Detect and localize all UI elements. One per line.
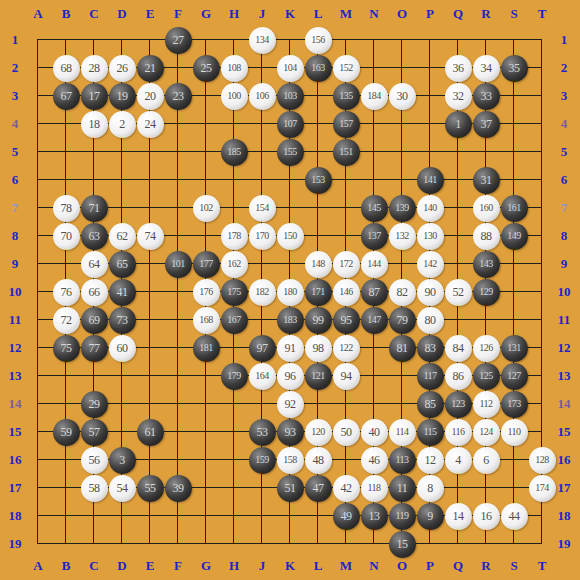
point-T3[interactable] — [528, 82, 556, 110]
black-stone-D3[interactable]: 19 — [109, 83, 136, 110]
point-M9[interactable]: 172 — [332, 250, 360, 278]
point-P7[interactable]: 140 — [416, 194, 444, 222]
black-stone-M3[interactable]: 135 — [333, 83, 360, 110]
point-P2[interactable] — [416, 54, 444, 82]
white-stone-C17[interactable]: 58 — [81, 475, 108, 502]
point-F8[interactable] — [164, 222, 192, 250]
point-F2[interactable] — [164, 54, 192, 82]
point-R5[interactable] — [472, 138, 500, 166]
white-stone-E8[interactable]: 74 — [137, 223, 164, 250]
black-stone-F9[interactable]: 101 — [165, 251, 192, 278]
point-F18[interactable] — [164, 502, 192, 530]
white-stone-Q16[interactable]: 4 — [445, 447, 472, 474]
point-S1[interactable] — [500, 26, 528, 54]
point-O11[interactable]: 79 — [388, 306, 416, 334]
black-stone-H13[interactable]: 179 — [221, 363, 248, 390]
point-L12[interactable]: 98 — [304, 334, 332, 362]
point-E4[interactable]: 24 — [136, 110, 164, 138]
point-N8[interactable]: 137 — [360, 222, 388, 250]
black-stone-L11[interactable]: 99 — [305, 307, 332, 334]
black-stone-S14[interactable]: 173 — [501, 391, 528, 418]
point-O12[interactable]: 81 — [388, 334, 416, 362]
black-stone-R9[interactable]: 143 — [473, 251, 500, 278]
point-G18[interactable] — [192, 502, 220, 530]
point-F4[interactable] — [164, 110, 192, 138]
point-N14[interactable] — [360, 390, 388, 418]
point-H17[interactable] — [220, 474, 248, 502]
point-D8[interactable]: 62 — [108, 222, 136, 250]
point-P9[interactable]: 142 — [416, 250, 444, 278]
point-N3[interactable]: 184 — [360, 82, 388, 110]
point-E9[interactable] — [136, 250, 164, 278]
point-R16[interactable]: 6 — [472, 446, 500, 474]
white-stone-S18[interactable]: 44 — [501, 503, 528, 530]
point-D14[interactable] — [108, 390, 136, 418]
point-C4[interactable]: 18 — [80, 110, 108, 138]
point-M5[interactable]: 151 — [332, 138, 360, 166]
point-T13[interactable] — [528, 362, 556, 390]
black-stone-C14[interactable]: 29 — [81, 391, 108, 418]
point-L1[interactable]: 156 — [304, 26, 332, 54]
point-J13[interactable]: 164 — [248, 362, 276, 390]
point-T5[interactable] — [528, 138, 556, 166]
white-stone-R14[interactable]: 112 — [473, 391, 500, 418]
black-stone-K11[interactable]: 183 — [277, 307, 304, 334]
black-stone-K5[interactable]: 155 — [277, 139, 304, 166]
white-stone-P17[interactable]: 8 — [417, 475, 444, 502]
point-Q15[interactable]: 116 — [444, 418, 472, 446]
black-stone-G9[interactable]: 177 — [193, 251, 220, 278]
point-Q5[interactable] — [444, 138, 472, 166]
point-S4[interactable] — [500, 110, 528, 138]
white-stone-Q2[interactable]: 36 — [445, 55, 472, 82]
point-R9[interactable]: 143 — [472, 250, 500, 278]
white-stone-L12[interactable]: 98 — [305, 335, 332, 362]
black-stone-C3[interactable]: 17 — [81, 83, 108, 110]
white-stone-B2[interactable]: 68 — [53, 55, 80, 82]
point-N5[interactable] — [360, 138, 388, 166]
white-stone-J8[interactable]: 170 — [249, 223, 276, 250]
point-Q14[interactable]: 123 — [444, 390, 472, 418]
point-R17[interactable] — [472, 474, 500, 502]
point-R13[interactable]: 125 — [472, 362, 500, 390]
white-stone-D8[interactable]: 62 — [109, 223, 136, 250]
point-R18[interactable]: 16 — [472, 502, 500, 530]
point-J9[interactable] — [248, 250, 276, 278]
point-F7[interactable] — [164, 194, 192, 222]
point-R19[interactable] — [472, 530, 500, 558]
point-C2[interactable]: 28 — [80, 54, 108, 82]
white-stone-L15[interactable]: 120 — [305, 419, 332, 446]
point-D1[interactable] — [108, 26, 136, 54]
point-O4[interactable] — [388, 110, 416, 138]
point-P13[interactable]: 117 — [416, 362, 444, 390]
white-stone-B7[interactable]: 78 — [53, 195, 80, 222]
black-stone-D16[interactable]: 3 — [109, 447, 136, 474]
white-stone-N3[interactable]: 184 — [361, 83, 388, 110]
point-Q17[interactable] — [444, 474, 472, 502]
white-stone-P9[interactable]: 142 — [417, 251, 444, 278]
point-E6[interactable] — [136, 166, 164, 194]
point-B18[interactable] — [52, 502, 80, 530]
point-M16[interactable] — [332, 446, 360, 474]
black-stone-H10[interactable]: 175 — [221, 279, 248, 306]
point-B3[interactable]: 67 — [52, 82, 80, 110]
point-P12[interactable]: 83 — [416, 334, 444, 362]
point-Q2[interactable]: 36 — [444, 54, 472, 82]
point-F13[interactable] — [164, 362, 192, 390]
point-T12[interactable] — [528, 334, 556, 362]
black-stone-F1[interactable]: 27 — [165, 27, 192, 54]
point-A5[interactable] — [24, 138, 52, 166]
point-A11[interactable] — [24, 306, 52, 334]
point-J7[interactable]: 154 — [248, 194, 276, 222]
black-stone-E17[interactable]: 55 — [137, 475, 164, 502]
point-D19[interactable] — [108, 530, 136, 558]
point-O8[interactable]: 132 — [388, 222, 416, 250]
white-stone-N15[interactable]: 40 — [361, 419, 388, 446]
white-stone-E3[interactable]: 20 — [137, 83, 164, 110]
point-T1[interactable] — [528, 26, 556, 54]
point-G12[interactable]: 181 — [192, 334, 220, 362]
white-stone-T17[interactable]: 174 — [529, 475, 556, 502]
black-stone-R6[interactable]: 31 — [473, 167, 500, 194]
point-E2[interactable]: 21 — [136, 54, 164, 82]
point-F6[interactable] — [164, 166, 192, 194]
point-N2[interactable] — [360, 54, 388, 82]
white-stone-M17[interactable]: 42 — [333, 475, 360, 502]
black-stone-K17[interactable]: 51 — [277, 475, 304, 502]
point-G4[interactable] — [192, 110, 220, 138]
black-stone-B12[interactable]: 75 — [53, 335, 80, 362]
point-K18[interactable] — [276, 502, 304, 530]
point-H6[interactable] — [220, 166, 248, 194]
point-E15[interactable]: 61 — [136, 418, 164, 446]
point-B7[interactable]: 78 — [52, 194, 80, 222]
point-A16[interactable] — [24, 446, 52, 474]
point-H10[interactable]: 175 — [220, 278, 248, 306]
point-P19[interactable] — [416, 530, 444, 558]
point-E10[interactable] — [136, 278, 164, 306]
point-A8[interactable] — [24, 222, 52, 250]
point-R6[interactable]: 31 — [472, 166, 500, 194]
point-F10[interactable] — [164, 278, 192, 306]
white-stone-M9[interactable]: 172 — [333, 251, 360, 278]
point-A4[interactable] — [24, 110, 52, 138]
point-N19[interactable] — [360, 530, 388, 558]
point-J8[interactable]: 170 — [248, 222, 276, 250]
black-stone-O18[interactable]: 119 — [389, 503, 416, 530]
black-stone-R10[interactable]: 129 — [473, 279, 500, 306]
point-Q19[interactable] — [444, 530, 472, 558]
black-stone-S12[interactable]: 131 — [501, 335, 528, 362]
point-G3[interactable] — [192, 82, 220, 110]
point-C14[interactable]: 29 — [80, 390, 108, 418]
point-M11[interactable]: 95 — [332, 306, 360, 334]
point-P17[interactable]: 8 — [416, 474, 444, 502]
black-stone-D10[interactable]: 41 — [109, 279, 136, 306]
black-stone-G12[interactable]: 181 — [193, 335, 220, 362]
point-G17[interactable] — [192, 474, 220, 502]
point-E8[interactable]: 74 — [136, 222, 164, 250]
point-Q13[interactable]: 86 — [444, 362, 472, 390]
point-O19[interactable]: 15 — [388, 530, 416, 558]
point-C7[interactable]: 71 — [80, 194, 108, 222]
black-stone-O17[interactable]: 11 — [389, 475, 416, 502]
point-S10[interactable] — [500, 278, 528, 306]
point-T4[interactable] — [528, 110, 556, 138]
point-B13[interactable] — [52, 362, 80, 390]
point-L6[interactable]: 153 — [304, 166, 332, 194]
point-K12[interactable]: 91 — [276, 334, 304, 362]
black-stone-N8[interactable]: 137 — [361, 223, 388, 250]
point-T2[interactable] — [528, 54, 556, 82]
point-R10[interactable]: 129 — [472, 278, 500, 306]
point-Q4[interactable]: 1 — [444, 110, 472, 138]
white-stone-H8[interactable]: 178 — [221, 223, 248, 250]
point-T10[interactable] — [528, 278, 556, 306]
black-stone-O11[interactable]: 79 — [389, 307, 416, 334]
point-F14[interactable] — [164, 390, 192, 418]
point-T11[interactable] — [528, 306, 556, 334]
point-G11[interactable]: 168 — [192, 306, 220, 334]
white-stone-C10[interactable]: 66 — [81, 279, 108, 306]
point-R1[interactable] — [472, 26, 500, 54]
point-J2[interactable] — [248, 54, 276, 82]
white-stone-R18[interactable]: 16 — [473, 503, 500, 530]
point-O18[interactable]: 119 — [388, 502, 416, 530]
point-N7[interactable]: 145 — [360, 194, 388, 222]
point-N12[interactable] — [360, 334, 388, 362]
point-B5[interactable] — [52, 138, 80, 166]
black-stone-O7[interactable]: 139 — [389, 195, 416, 222]
point-F19[interactable] — [164, 530, 192, 558]
point-H14[interactable] — [220, 390, 248, 418]
point-J17[interactable] — [248, 474, 276, 502]
black-stone-P13[interactable]: 117 — [417, 363, 444, 390]
point-M12[interactable]: 122 — [332, 334, 360, 362]
point-O15[interactable]: 114 — [388, 418, 416, 446]
white-stone-S15[interactable]: 110 — [501, 419, 528, 446]
point-L3[interactable] — [304, 82, 332, 110]
white-stone-L16[interactable]: 48 — [305, 447, 332, 474]
white-stone-C16[interactable]: 56 — [81, 447, 108, 474]
point-N1[interactable] — [360, 26, 388, 54]
white-stone-K8[interactable]: 150 — [277, 223, 304, 250]
point-A2[interactable] — [24, 54, 52, 82]
point-O7[interactable]: 139 — [388, 194, 416, 222]
white-stone-G11[interactable]: 168 — [193, 307, 220, 334]
point-N6[interactable] — [360, 166, 388, 194]
point-P15[interactable]: 115 — [416, 418, 444, 446]
point-F11[interactable] — [164, 306, 192, 334]
white-stone-D17[interactable]: 54 — [109, 475, 136, 502]
point-T19[interactable] — [528, 530, 556, 558]
point-C10[interactable]: 66 — [80, 278, 108, 306]
point-G7[interactable]: 102 — [192, 194, 220, 222]
point-F5[interactable] — [164, 138, 192, 166]
white-stone-R7[interactable]: 160 — [473, 195, 500, 222]
black-stone-N7[interactable]: 145 — [361, 195, 388, 222]
point-C19[interactable] — [80, 530, 108, 558]
point-J5[interactable] — [248, 138, 276, 166]
point-L8[interactable] — [304, 222, 332, 250]
point-D9[interactable]: 65 — [108, 250, 136, 278]
point-O6[interactable] — [388, 166, 416, 194]
point-J12[interactable]: 97 — [248, 334, 276, 362]
point-G1[interactable] — [192, 26, 220, 54]
point-B10[interactable]: 76 — [52, 278, 80, 306]
point-N17[interactable]: 118 — [360, 474, 388, 502]
point-D4[interactable]: 2 — [108, 110, 136, 138]
point-P3[interactable] — [416, 82, 444, 110]
white-stone-K13[interactable]: 96 — [277, 363, 304, 390]
point-H2[interactable]: 108 — [220, 54, 248, 82]
point-N13[interactable] — [360, 362, 388, 390]
point-M4[interactable]: 157 — [332, 110, 360, 138]
white-stone-D4[interactable]: 2 — [109, 111, 136, 138]
white-stone-P10[interactable]: 90 — [417, 279, 444, 306]
white-stone-M15[interactable]: 50 — [333, 419, 360, 446]
point-N15[interactable]: 40 — [360, 418, 388, 446]
point-K5[interactable]: 155 — [276, 138, 304, 166]
point-K14[interactable]: 92 — [276, 390, 304, 418]
point-G9[interactable]: 177 — [192, 250, 220, 278]
white-stone-J7[interactable]: 154 — [249, 195, 276, 222]
point-D3[interactable]: 19 — [108, 82, 136, 110]
point-R8[interactable]: 88 — [472, 222, 500, 250]
point-G13[interactable] — [192, 362, 220, 390]
black-stone-M18[interactable]: 49 — [333, 503, 360, 530]
point-M2[interactable]: 152 — [332, 54, 360, 82]
point-L14[interactable] — [304, 390, 332, 418]
point-D6[interactable] — [108, 166, 136, 194]
white-stone-K2[interactable]: 104 — [277, 55, 304, 82]
white-stone-K12[interactable]: 91 — [277, 335, 304, 362]
white-stone-J1[interactable]: 134 — [249, 27, 276, 54]
point-O9[interactable] — [388, 250, 416, 278]
white-stone-R15[interactable]: 124 — [473, 419, 500, 446]
point-T16[interactable]: 128 — [528, 446, 556, 474]
black-stone-O12[interactable]: 81 — [389, 335, 416, 362]
black-stone-R4[interactable]: 37 — [473, 111, 500, 138]
point-M3[interactable]: 135 — [332, 82, 360, 110]
black-stone-J16[interactable]: 159 — [249, 447, 276, 474]
point-R2[interactable]: 34 — [472, 54, 500, 82]
point-O3[interactable]: 30 — [388, 82, 416, 110]
white-stone-Q3[interactable]: 32 — [445, 83, 472, 110]
point-S8[interactable]: 149 — [500, 222, 528, 250]
white-stone-C4[interactable]: 18 — [81, 111, 108, 138]
point-L19[interactable] — [304, 530, 332, 558]
point-S5[interactable] — [500, 138, 528, 166]
point-K8[interactable]: 150 — [276, 222, 304, 250]
point-S18[interactable]: 44 — [500, 502, 528, 530]
point-C1[interactable] — [80, 26, 108, 54]
black-stone-R3[interactable]: 33 — [473, 83, 500, 110]
point-L7[interactable] — [304, 194, 332, 222]
white-stone-B10[interactable]: 76 — [53, 279, 80, 306]
white-stone-H3[interactable]: 100 — [221, 83, 248, 110]
point-K15[interactable]: 93 — [276, 418, 304, 446]
point-H19[interactable] — [220, 530, 248, 558]
white-stone-N9[interactable]: 144 — [361, 251, 388, 278]
point-B4[interactable] — [52, 110, 80, 138]
white-stone-B8[interactable]: 70 — [53, 223, 80, 250]
point-B14[interactable] — [52, 390, 80, 418]
black-stone-C8[interactable]: 63 — [81, 223, 108, 250]
black-stone-E2[interactable]: 21 — [137, 55, 164, 82]
point-M17[interactable]: 42 — [332, 474, 360, 502]
point-K17[interactable]: 51 — [276, 474, 304, 502]
point-Q11[interactable] — [444, 306, 472, 334]
point-E12[interactable] — [136, 334, 164, 362]
point-L17[interactable]: 47 — [304, 474, 332, 502]
point-N10[interactable]: 87 — [360, 278, 388, 306]
point-J10[interactable]: 182 — [248, 278, 276, 306]
point-S19[interactable] — [500, 530, 528, 558]
point-M14[interactable] — [332, 390, 360, 418]
black-stone-D9[interactable]: 65 — [109, 251, 136, 278]
point-H1[interactable] — [220, 26, 248, 54]
black-stone-P15[interactable]: 115 — [417, 419, 444, 446]
point-M7[interactable] — [332, 194, 360, 222]
point-S16[interactable] — [500, 446, 528, 474]
point-L13[interactable]: 121 — [304, 362, 332, 390]
point-B1[interactable] — [52, 26, 80, 54]
white-stone-O8[interactable]: 132 — [389, 223, 416, 250]
black-stone-B3[interactable]: 67 — [53, 83, 80, 110]
white-stone-Q15[interactable]: 116 — [445, 419, 472, 446]
point-F12[interactable] — [164, 334, 192, 362]
point-B19[interactable] — [52, 530, 80, 558]
point-T17[interactable]: 174 — [528, 474, 556, 502]
point-D5[interactable] — [108, 138, 136, 166]
point-J15[interactable]: 53 — [248, 418, 276, 446]
point-S9[interactable] — [500, 250, 528, 278]
point-G16[interactable] — [192, 446, 220, 474]
point-F9[interactable]: 101 — [164, 250, 192, 278]
point-L4[interactable] — [304, 110, 332, 138]
black-stone-H5[interactable]: 185 — [221, 139, 248, 166]
point-H9[interactable]: 162 — [220, 250, 248, 278]
point-M1[interactable] — [332, 26, 360, 54]
point-P18[interactable]: 9 — [416, 502, 444, 530]
point-D17[interactable]: 54 — [108, 474, 136, 502]
point-G10[interactable]: 176 — [192, 278, 220, 306]
point-C6[interactable] — [80, 166, 108, 194]
point-F16[interactable] — [164, 446, 192, 474]
point-H15[interactable] — [220, 418, 248, 446]
point-G2[interactable]: 25 — [192, 54, 220, 82]
point-C18[interactable] — [80, 502, 108, 530]
point-K7[interactable] — [276, 194, 304, 222]
point-S15[interactable]: 110 — [500, 418, 528, 446]
point-B17[interactable] — [52, 474, 80, 502]
white-stone-L9[interactable]: 148 — [305, 251, 332, 278]
point-A18[interactable] — [24, 502, 52, 530]
black-stone-M4[interactable]: 157 — [333, 111, 360, 138]
black-stone-C7[interactable]: 71 — [81, 195, 108, 222]
white-stone-K10[interactable]: 180 — [277, 279, 304, 306]
point-E13[interactable] — [136, 362, 164, 390]
black-stone-F17[interactable]: 39 — [165, 475, 192, 502]
point-E1[interactable] — [136, 26, 164, 54]
point-D16[interactable]: 3 — [108, 446, 136, 474]
point-T15[interactable] — [528, 418, 556, 446]
point-L5[interactable] — [304, 138, 332, 166]
point-S11[interactable] — [500, 306, 528, 334]
